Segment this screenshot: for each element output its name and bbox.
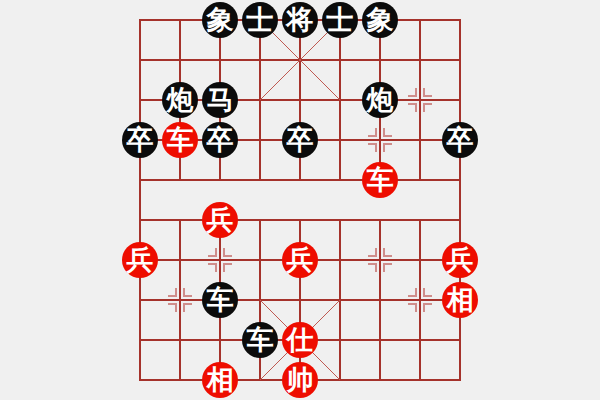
piece-red-soldier[interactable]: 兵 (442, 242, 478, 278)
piece-red-elephant[interactable]: 相 (202, 362, 238, 398)
piece-black-elephant[interactable]: 象 (202, 2, 238, 38)
piece-red-advisor[interactable]: 仕 (282, 322, 318, 358)
piece-black-chariot[interactable]: 车 (202, 282, 238, 318)
piece-red-chariot[interactable]: 车 (362, 162, 398, 198)
piece-black-horse[interactable]: 马 (202, 82, 238, 118)
piece-black-soldier[interactable]: 卒 (282, 122, 318, 158)
piece-black-soldier[interactable]: 卒 (442, 122, 478, 158)
piece-black-cannon[interactable]: 炮 (162, 82, 198, 118)
piece-black-chariot[interactable]: 车 (242, 322, 278, 358)
piece-black-soldier[interactable]: 卒 (202, 122, 238, 158)
piece-red-general[interactable]: 帅 (282, 362, 318, 398)
piece-red-soldier[interactable]: 兵 (282, 242, 318, 278)
piece-black-general[interactable]: 将 (282, 2, 318, 38)
piece-black-cannon[interactable]: 炮 (362, 82, 398, 118)
piece-black-advisor[interactable]: 士 (242, 2, 278, 38)
piece-red-elephant[interactable]: 相 (442, 282, 478, 318)
piece-black-soldier[interactable]: 卒 (122, 122, 158, 158)
xiangqi-board: 象士将士象炮马炮卒车卒卒卒车兵兵兵兵车相车仕相帅 (0, 0, 600, 400)
piece-red-soldier[interactable]: 兵 (202, 202, 238, 238)
piece-red-chariot[interactable]: 车 (162, 122, 198, 158)
piece-black-elephant[interactable]: 象 (362, 2, 398, 38)
piece-black-advisor[interactable]: 士 (322, 2, 358, 38)
piece-red-soldier[interactable]: 兵 (122, 242, 158, 278)
